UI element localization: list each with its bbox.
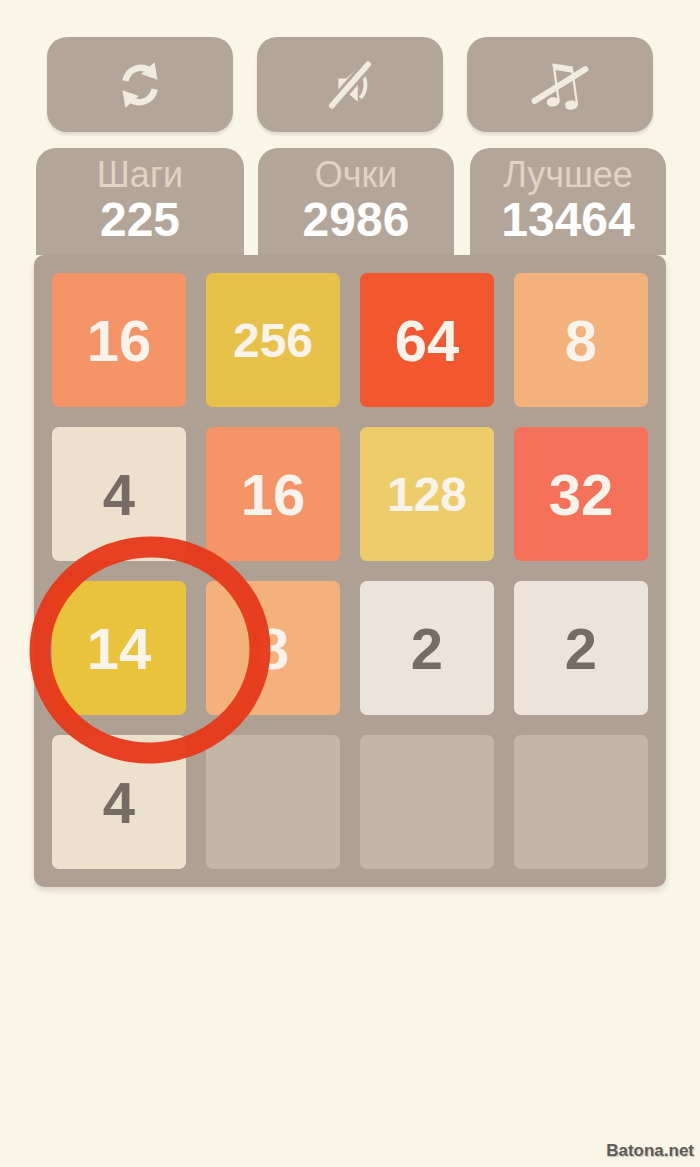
empty-cell-r4c4 (514, 735, 648, 869)
stat-best-label: Лучшее (503, 156, 633, 194)
tile-256-r1c2: 256 (206, 273, 340, 407)
tile-8-r3c2: 8 (206, 581, 340, 715)
board-grid[interactable]: 1625664841612832148224 (34, 255, 666, 887)
sound-off-icon (319, 54, 381, 116)
tile-8-r1c4: 8 (514, 273, 648, 407)
tile-4-r2c1: 4 (52, 427, 186, 561)
stat-score: Очки 2986 (258, 148, 454, 255)
app-screen: ♫ Шаги 225 Очки 2986 Лучшее 13464 162566… (0, 0, 700, 1167)
sound-mute-button[interactable] (257, 37, 443, 132)
empty-cell-r4c2 (206, 735, 340, 869)
tile-128-r2c3: 128 (360, 427, 494, 561)
tile-64-r1c3: 64 (360, 273, 494, 407)
music-mute-button[interactable]: ♫ (467, 37, 653, 132)
stat-moves-value: 225 (100, 194, 180, 247)
tile-16-r2c2: 16 (206, 427, 340, 561)
tile-16-r1c1: 16 (52, 273, 186, 407)
stat-moves-label: Шаги (97, 156, 183, 194)
refresh-icon (112, 57, 168, 113)
tile-14-r3c1: 14 (52, 581, 186, 715)
stat-best: Лучшее 13464 (470, 148, 666, 255)
tile-32-r2c4: 32 (514, 427, 648, 561)
restart-button[interactable] (47, 37, 233, 132)
tile-2-r3c3: 2 (360, 581, 494, 715)
empty-cell-r4c3 (360, 735, 494, 869)
stat-score-label: Очки (315, 156, 398, 194)
tile-2-r3c4: 2 (514, 581, 648, 715)
music-off-icon: ♫ (525, 50, 595, 120)
watermark: Batona.net (606, 1141, 694, 1161)
stat-score-value: 2986 (303, 194, 410, 247)
stat-moves: Шаги 225 (36, 148, 244, 255)
board[interactable]: 1625664841612832148224 (34, 255, 666, 887)
stat-best-value: 13464 (501, 194, 634, 247)
tile-4-r4c1: 4 (52, 735, 186, 869)
